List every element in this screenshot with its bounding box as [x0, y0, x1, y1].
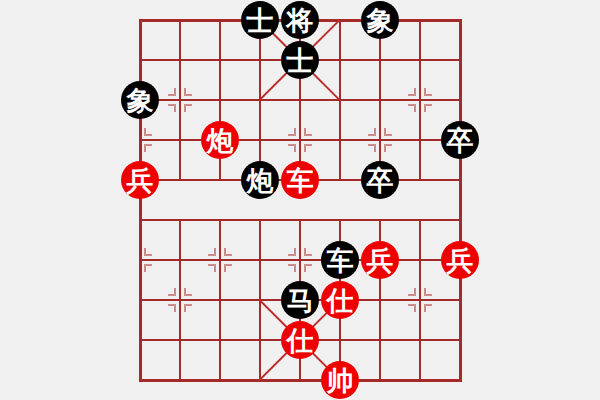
piece-red-cannon[interactable]: 炮	[201, 121, 239, 159]
piece-black-soldier[interactable]: 卒	[441, 121, 479, 159]
grid-line	[219, 219, 221, 381]
piece-red-soldier[interactable]: 兵	[121, 161, 159, 199]
point-marker	[184, 88, 192, 96]
point-marker	[288, 144, 296, 152]
point-marker	[368, 128, 376, 136]
grid-line	[179, 19, 181, 181]
piece-black-advisor[interactable]: 士	[241, 1, 279, 39]
point-marker	[304, 248, 312, 256]
piece-black-cannon[interactable]: 炮	[241, 161, 279, 199]
piece-red-advisor[interactable]: 仕	[321, 281, 359, 319]
piece-black-advisor[interactable]: 士	[281, 41, 319, 79]
piece-red-soldier[interactable]: 兵	[361, 241, 399, 279]
point-marker	[408, 304, 416, 312]
point-marker	[168, 104, 176, 112]
point-marker	[208, 248, 216, 256]
point-marker	[408, 88, 416, 96]
point-marker	[224, 248, 232, 256]
point-marker	[224, 264, 232, 272]
grid-line	[419, 19, 421, 181]
point-marker	[208, 264, 216, 272]
point-marker	[168, 304, 176, 312]
point-marker	[304, 144, 312, 152]
grid-line	[379, 19, 381, 181]
point-marker	[184, 104, 192, 112]
piece-red-chariot[interactable]: 车	[281, 161, 319, 199]
point-marker	[144, 264, 152, 272]
point-marker	[288, 128, 296, 136]
point-marker	[424, 288, 432, 296]
point-marker	[304, 264, 312, 272]
piece-black-elephant[interactable]: 象	[121, 81, 159, 119]
point-marker	[168, 88, 176, 96]
point-marker	[288, 264, 296, 272]
point-marker	[304, 128, 312, 136]
point-marker	[184, 288, 192, 296]
screenshot-canvas: 士将象士象炮卒兵炮车卒车兵兵马仕仕帅	[0, 0, 600, 400]
point-marker	[424, 104, 432, 112]
point-marker	[408, 104, 416, 112]
grid-line	[179, 219, 181, 381]
point-marker	[384, 128, 392, 136]
point-marker	[168, 288, 176, 296]
point-marker	[368, 144, 376, 152]
point-marker	[144, 248, 152, 256]
grid-line	[419, 219, 421, 381]
piece-red-soldier[interactable]: 兵	[441, 241, 479, 279]
point-marker	[288, 248, 296, 256]
point-marker	[384, 144, 392, 152]
point-marker	[408, 288, 416, 296]
point-marker	[144, 128, 152, 136]
point-marker	[144, 144, 152, 152]
piece-black-chariot[interactable]: 车	[321, 241, 359, 279]
point-marker	[184, 304, 192, 312]
piece-black-horse[interactable]: 马	[281, 281, 319, 319]
board-border	[459, 19, 462, 382]
piece-black-elephant[interactable]: 象	[361, 1, 399, 39]
piece-red-advisor[interactable]: 仕	[281, 321, 319, 359]
piece-black-soldier[interactable]: 卒	[361, 161, 399, 199]
xiangqi-board[interactable]: 士将象士象炮卒兵炮车卒车兵兵马仕仕帅	[0, 0, 600, 400]
point-marker	[424, 304, 432, 312]
piece-black-general[interactable]: 将	[281, 1, 319, 39]
piece-red-general[interactable]: 帅	[321, 361, 359, 399]
board-border	[139, 19, 142, 382]
point-marker	[424, 88, 432, 96]
